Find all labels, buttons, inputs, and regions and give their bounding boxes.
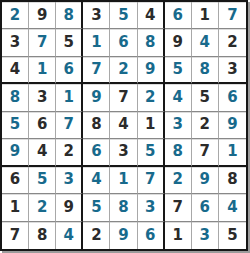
- digit: 5: [227, 228, 237, 243]
- cell-r6c2[interactable]: 4: [29, 139, 56, 166]
- cell-r4c6[interactable]: 2: [138, 84, 165, 111]
- digit: 4: [145, 8, 155, 23]
- cell-r7c2[interactable]: 5: [29, 167, 56, 194]
- cell-r4c8[interactable]: 5: [192, 84, 219, 111]
- digit: 5: [10, 117, 20, 132]
- digit: 1: [10, 200, 20, 215]
- digit: 3: [172, 117, 182, 132]
- digit: 6: [91, 144, 101, 159]
- cell-r7c9[interactable]: 8: [219, 167, 246, 194]
- digit: 6: [37, 117, 47, 132]
- digit: 4: [91, 172, 101, 187]
- digit: 5: [37, 172, 47, 187]
- cell-r6c3[interactable]: 2: [56, 139, 83, 166]
- digit: 8: [91, 117, 101, 132]
- digit: 2: [200, 117, 210, 132]
- digit: 8: [37, 228, 47, 243]
- cell-r6c8[interactable]: 7: [192, 139, 219, 166]
- digit: 3: [64, 172, 74, 187]
- cell-r1c8[interactable]: 1: [192, 2, 219, 29]
- cell-r3c7[interactable]: 5: [165, 57, 192, 84]
- digit: 9: [64, 200, 74, 215]
- digit: 2: [118, 62, 128, 77]
- cell-r8c9[interactable]: 4: [219, 194, 246, 221]
- digit: 4: [10, 62, 20, 77]
- cell-r3c5[interactable]: 2: [110, 57, 137, 84]
- cell-r1c5[interactable]: 5: [110, 2, 137, 29]
- digit: 8: [227, 172, 237, 187]
- digit: 8: [145, 35, 155, 50]
- cell-r2c2[interactable]: 7: [29, 29, 56, 56]
- cell-r8c8[interactable]: 6: [192, 194, 219, 221]
- cell-r4c9[interactable]: 6: [219, 84, 246, 111]
- digit: 3: [10, 35, 20, 50]
- digit: 4: [37, 144, 47, 159]
- cell-r5c2[interactable]: 6: [29, 112, 56, 139]
- digit: 1: [145, 117, 155, 132]
- cell-r9c3[interactable]: 4: [56, 222, 83, 249]
- digit: 7: [227, 8, 237, 23]
- cell-r8c1[interactable]: 1: [2, 194, 29, 221]
- digit: 9: [118, 228, 128, 243]
- digit: 1: [118, 172, 128, 187]
- digit: 8: [64, 8, 74, 23]
- cell-r5c1[interactable]: 5: [2, 112, 29, 139]
- digit: 7: [145, 172, 155, 187]
- cell-r7c3[interactable]: 3: [56, 167, 83, 194]
- cell-r7c8[interactable]: 9: [192, 167, 219, 194]
- cell-r1c4[interactable]: 3: [83, 2, 110, 29]
- digit: 1: [227, 144, 237, 159]
- cell-r9c4[interactable]: 2: [83, 222, 110, 249]
- cell-r3c9[interactable]: 3: [219, 57, 246, 84]
- digit: 3: [118, 144, 128, 159]
- digit: 9: [172, 35, 182, 50]
- cell-r2c8[interactable]: 4: [192, 29, 219, 56]
- digit: 1: [91, 35, 101, 50]
- digit: 3: [145, 200, 155, 215]
- cell-r9c7[interactable]: 1: [165, 222, 192, 249]
- digit: 3: [200, 228, 210, 243]
- digit: 9: [200, 172, 210, 187]
- digit: 6: [200, 200, 210, 215]
- cell-r6c4[interactable]: 6: [83, 139, 110, 166]
- digit: 7: [64, 117, 74, 132]
- cell-r1c6[interactable]: 4: [138, 2, 165, 29]
- digit: 1: [37, 62, 47, 77]
- digit: 7: [91, 62, 101, 77]
- digit: 2: [145, 90, 155, 105]
- digit: 2: [91, 228, 101, 243]
- digit: 6: [227, 90, 237, 105]
- cell-r5c6[interactable]: 1: [138, 112, 165, 139]
- digit: 6: [145, 228, 155, 243]
- digit: 5: [91, 200, 101, 215]
- digit: 7: [172, 200, 182, 215]
- cell-r9c1[interactable]: 7: [2, 222, 29, 249]
- digit: 6: [118, 35, 128, 50]
- cell-r1c9[interactable]: 7: [219, 2, 246, 29]
- cell-r3c3[interactable]: 6: [56, 57, 83, 84]
- cell-r2c5[interactable]: 6: [110, 29, 137, 56]
- cell-r1c1[interactable]: 2: [2, 2, 29, 29]
- digit: 1: [172, 228, 182, 243]
- digit: 7: [37, 35, 47, 50]
- digit: 5: [118, 8, 128, 23]
- cell-r2c7[interactable]: 9: [165, 29, 192, 56]
- cell-r6c5[interactable]: 3: [110, 139, 137, 166]
- cell-r6c1[interactable]: 9: [2, 139, 29, 166]
- cell-r6c7[interactable]: 8: [165, 139, 192, 166]
- cell-r9c8[interactable]: 3: [192, 222, 219, 249]
- digit: 8: [10, 90, 20, 105]
- cell-r4c3[interactable]: 1: [56, 84, 83, 111]
- digit: 1: [200, 8, 210, 23]
- cell-r5c9[interactable]: 9: [219, 112, 246, 139]
- digit: 9: [145, 62, 155, 77]
- digit: 5: [145, 144, 155, 159]
- digit: 7: [118, 90, 128, 105]
- cell-r4c2[interactable]: 3: [29, 84, 56, 111]
- cell-r4c5[interactable]: 7: [110, 84, 137, 111]
- digit: 5: [172, 62, 182, 77]
- cell-r5c8[interactable]: 2: [192, 112, 219, 139]
- cell-r7c6[interactable]: 7: [138, 167, 165, 194]
- digit: 9: [37, 8, 47, 23]
- digit: 2: [37, 200, 47, 215]
- digit: 6: [64, 62, 74, 77]
- cell-r2c3[interactable]: 5: [56, 29, 83, 56]
- cell-r2c9[interactable]: 2: [219, 29, 246, 56]
- cell-r2c6[interactable]: 8: [138, 29, 165, 56]
- cell-r5c3[interactable]: 7: [56, 112, 83, 139]
- digit: 3: [227, 62, 237, 77]
- cell-r3c6[interactable]: 9: [138, 57, 165, 84]
- cell-r9c5[interactable]: 9: [110, 222, 137, 249]
- cell-r9c9[interactable]: 5: [219, 222, 246, 249]
- cell-r3c2[interactable]: 1: [29, 57, 56, 84]
- digit: 3: [37, 90, 47, 105]
- cell-r9c2[interactable]: 8: [29, 222, 56, 249]
- cell-r1c7[interactable]: 6: [165, 2, 192, 29]
- digit: 4: [172, 90, 182, 105]
- cell-r4c1[interactable]: 8: [2, 84, 29, 111]
- digit: 7: [10, 228, 20, 243]
- digit: 5: [64, 35, 74, 50]
- cell-r5c4[interactable]: 8: [83, 112, 110, 139]
- digit: 4: [200, 35, 210, 50]
- digit: 2: [172, 172, 182, 187]
- cell-r5c7[interactable]: 3: [165, 112, 192, 139]
- digit: 6: [10, 172, 20, 187]
- cell-r1c3[interactable]: 8: [56, 2, 83, 29]
- cell-r4c4[interactable]: 9: [83, 84, 110, 111]
- cell-r9c6[interactable]: 6: [138, 222, 165, 249]
- cell-r8c2[interactable]: 2: [29, 194, 56, 221]
- digit: 8: [172, 144, 182, 159]
- digit: 5: [200, 90, 210, 105]
- cell-r7c1[interactable]: 6: [2, 167, 29, 194]
- cell-r3c8[interactable]: 8: [192, 57, 219, 84]
- cell-r4c7[interactable]: 4: [165, 84, 192, 111]
- cell-r5c5[interactable]: 4: [110, 112, 137, 139]
- cell-r7c4[interactable]: 4: [83, 167, 110, 194]
- sudoku-board: 2983546173751689424167295838319724565678…: [0, 0, 248, 251]
- cell-r8c3[interactable]: 9: [56, 194, 83, 221]
- cell-r3c4[interactable]: 7: [83, 57, 110, 84]
- cell-r6c6[interactable]: 5: [138, 139, 165, 166]
- digit: 9: [10, 144, 20, 159]
- digit: 2: [64, 144, 74, 159]
- cell-r6c9[interactable]: 1: [219, 139, 246, 166]
- digit: 7: [200, 144, 210, 159]
- cell-r8c6[interactable]: 3: [138, 194, 165, 221]
- digit: 2: [10, 8, 20, 23]
- digit: 4: [64, 228, 74, 243]
- digit: 2: [227, 35, 237, 50]
- cell-r3c1[interactable]: 4: [2, 57, 29, 84]
- digit: 1: [64, 90, 74, 105]
- cell-r2c4[interactable]: 1: [83, 29, 110, 56]
- digit: 9: [227, 117, 237, 132]
- cell-r8c7[interactable]: 7: [165, 194, 192, 221]
- cell-r1c2[interactable]: 9: [29, 2, 56, 29]
- digit: 3: [91, 8, 101, 23]
- cell-r7c5[interactable]: 1: [110, 167, 137, 194]
- digit: 4: [227, 200, 237, 215]
- digit: 9: [91, 90, 101, 105]
- digit: 6: [172, 8, 182, 23]
- cell-r8c4[interactable]: 5: [83, 194, 110, 221]
- digit: 4: [118, 117, 128, 132]
- cell-r2c1[interactable]: 3: [2, 29, 29, 56]
- cell-r7c7[interactable]: 2: [165, 167, 192, 194]
- digit: 8: [118, 200, 128, 215]
- cell-r8c5[interactable]: 8: [110, 194, 137, 221]
- digit: 8: [200, 62, 210, 77]
